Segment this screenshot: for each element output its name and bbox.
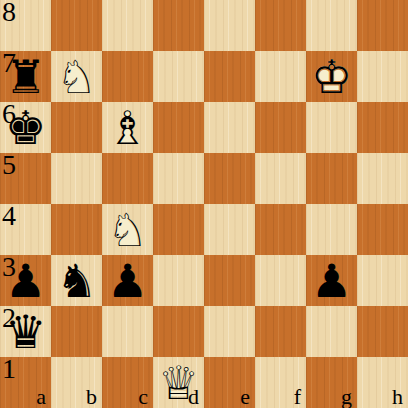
square-d3[interactable] xyxy=(153,255,204,306)
square-d5[interactable] xyxy=(153,153,204,204)
square-b4[interactable] xyxy=(51,204,102,255)
rank-label-5: 5 xyxy=(2,151,16,179)
square-c5[interactable] xyxy=(102,153,153,204)
black-knight-piece[interactable]: ♞ xyxy=(51,255,102,306)
square-d8[interactable] xyxy=(153,0,204,51)
square-g3[interactable]: ♟ xyxy=(306,255,357,306)
rank-label-2: 2 xyxy=(2,304,16,332)
square-g6[interactable] xyxy=(306,102,357,153)
square-h3[interactable] xyxy=(357,255,408,306)
square-c2[interactable] xyxy=(102,306,153,357)
square-b8[interactable] xyxy=(51,0,102,51)
square-d7[interactable] xyxy=(153,51,204,102)
rank-label-1: 1 xyxy=(2,355,16,383)
black-pawn-piece[interactable]: ♟ xyxy=(102,255,153,306)
square-d6[interactable] xyxy=(153,102,204,153)
square-g2[interactable] xyxy=(306,306,357,357)
square-f3[interactable] xyxy=(255,255,306,306)
square-f7[interactable] xyxy=(255,51,306,102)
square-f2[interactable] xyxy=(255,306,306,357)
piece-outline-glyph: ♘ xyxy=(102,204,153,255)
file-label-e: e xyxy=(204,386,255,408)
square-b6[interactable] xyxy=(51,102,102,153)
file-label-b: b xyxy=(51,386,102,408)
square-b5[interactable] xyxy=(51,153,102,204)
chess-board: ♜♞♘♚♔♚♝♗♞♘♟♞♟♟♛♛♕87654321abcdefgh xyxy=(0,0,408,408)
square-c8[interactable] xyxy=(102,0,153,51)
file-label-f: f xyxy=(255,386,306,408)
square-g5[interactable] xyxy=(306,153,357,204)
rank-label-7: 7 xyxy=(2,49,16,77)
rank-label-3: 3 xyxy=(2,253,16,281)
square-c3[interactable]: ♟ xyxy=(102,255,153,306)
square-h4[interactable] xyxy=(357,204,408,255)
square-g7[interactable]: ♚♔ xyxy=(306,51,357,102)
rank-label-8: 8 xyxy=(2,0,16,26)
square-c6[interactable]: ♝♗ xyxy=(102,102,153,153)
square-e7[interactable] xyxy=(204,51,255,102)
square-e5[interactable] xyxy=(204,153,255,204)
square-d4[interactable] xyxy=(153,204,204,255)
white-bishop-piece[interactable]: ♝♗ xyxy=(102,102,153,153)
file-label-a: a xyxy=(0,386,51,408)
file-label-d: d xyxy=(153,386,204,408)
square-f6[interactable] xyxy=(255,102,306,153)
square-g4[interactable] xyxy=(306,204,357,255)
white-king-piece[interactable]: ♚♔ xyxy=(306,51,357,102)
square-h8[interactable] xyxy=(357,0,408,51)
piece-outline-glyph: ♔ xyxy=(306,51,357,102)
white-knight-piece[interactable]: ♞♘ xyxy=(102,204,153,255)
square-e4[interactable] xyxy=(204,204,255,255)
rank-label-4: 4 xyxy=(2,202,16,230)
rank-label-6: 6 xyxy=(2,100,16,128)
black-pawn-piece[interactable]: ♟ xyxy=(306,255,357,306)
square-h5[interactable] xyxy=(357,153,408,204)
white-knight-piece[interactable]: ♞♘ xyxy=(51,51,102,102)
square-d2[interactable] xyxy=(153,306,204,357)
file-label-g: g xyxy=(306,386,357,408)
piece-outline-glyph: ♘ xyxy=(51,51,102,102)
square-h2[interactable] xyxy=(357,306,408,357)
square-e8[interactable] xyxy=(204,0,255,51)
square-h7[interactable] xyxy=(357,51,408,102)
square-e6[interactable] xyxy=(204,102,255,153)
square-f8[interactable] xyxy=(255,0,306,51)
square-h6[interactable] xyxy=(357,102,408,153)
square-f4[interactable] xyxy=(255,204,306,255)
square-g8[interactable] xyxy=(306,0,357,51)
square-c7[interactable] xyxy=(102,51,153,102)
square-e2[interactable] xyxy=(204,306,255,357)
square-c4[interactable]: ♞♘ xyxy=(102,204,153,255)
square-b7[interactable]: ♞♘ xyxy=(51,51,102,102)
square-e3[interactable] xyxy=(204,255,255,306)
square-f5[interactable] xyxy=(255,153,306,204)
piece-outline-glyph: ♗ xyxy=(102,102,153,153)
square-b3[interactable]: ♞ xyxy=(51,255,102,306)
file-label-h: h xyxy=(357,386,408,408)
file-label-c: c xyxy=(102,386,153,408)
square-b2[interactable] xyxy=(51,306,102,357)
